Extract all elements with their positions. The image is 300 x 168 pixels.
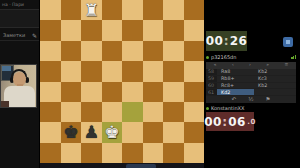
- square-c3[interactable]: [81, 102, 102, 122]
- move-black[interactable]: Kb2: [254, 83, 296, 89]
- clock-tenths: .0: [247, 118, 256, 126]
- move-white[interactable]: Rc8+: [217, 83, 254, 89]
- square-e2[interactable]: [122, 122, 143, 142]
- resign-flag-icon[interactable]: ⚑: [266, 97, 271, 103]
- draw-offer-icon[interactable]: ½: [248, 97, 253, 103]
- square-c5[interactable]: [81, 61, 102, 81]
- square-a6[interactable]: [40, 41, 61, 61]
- square-d6[interactable]: [102, 41, 123, 61]
- square-b3[interactable]: [61, 102, 82, 122]
- square-b2[interactable]: ♚: [61, 122, 82, 142]
- square-a8[interactable]: [40, 0, 61, 20]
- nav-last-icon[interactable]: »: [266, 63, 269, 68]
- square-f1[interactable]: [143, 143, 164, 163]
- square-a1[interactable]: [40, 143, 61, 163]
- nav-prev-icon[interactable]: ‹: [232, 63, 234, 68]
- square-d3[interactable]: [102, 102, 123, 122]
- move-white-current[interactable]: Kd2: [217, 89, 254, 95]
- square-b4[interactable]: [61, 82, 82, 102]
- left-panel-header: на · Пари: [2, 2, 24, 7]
- nav-first-icon[interactable]: «: [214, 63, 217, 68]
- bottom-bar: [40, 163, 204, 168]
- square-g8[interactable]: [163, 0, 184, 20]
- move-row: 60 Rc8+ Kb2: [206, 83, 296, 90]
- square-a4[interactable]: [40, 82, 61, 102]
- move-rows: 58 Ra8 Kb2 59 Rb8+ Kc3 60 Rc8+ Kb2 61 Kd…: [206, 69, 296, 96]
- square-b1[interactable]: [61, 143, 82, 163]
- square-b6[interactable]: [61, 41, 82, 61]
- square-b5[interactable]: [61, 61, 82, 81]
- square-g5[interactable]: [163, 61, 184, 81]
- square-g7[interactable]: [163, 20, 184, 40]
- stream-screen: на · Пари Заметки ✎ ♜♚♟♚ 00:2: [0, 0, 300, 168]
- square-h3[interactable]: [184, 102, 205, 122]
- bottom-bar-button[interactable]: [126, 164, 156, 168]
- square-g1[interactable]: [163, 143, 184, 163]
- clock-black: 00:26: [206, 31, 247, 51]
- square-c6[interactable]: [81, 41, 102, 61]
- square-b8[interactable]: [61, 0, 82, 20]
- move-black[interactable]: Kb2: [254, 69, 296, 75]
- takeback-icon[interactable]: ↶: [232, 97, 237, 103]
- square-h2[interactable]: [184, 122, 205, 142]
- square-e7[interactable]: [122, 20, 143, 40]
- square-b7[interactable]: [61, 20, 82, 40]
- square-e3[interactable]: [122, 102, 143, 122]
- board[interactable]: ♜♚♟♚: [40, 0, 204, 163]
- square-a5[interactable]: [40, 61, 61, 81]
- square-f5[interactable]: [143, 61, 164, 81]
- piece-wR-c8[interactable]: ♜: [84, 2, 99, 19]
- square-g2[interactable]: [163, 122, 184, 142]
- square-h4[interactable]: [184, 82, 205, 102]
- player-top[interactable]: p32165dn: [206, 53, 298, 61]
- move-list-panel: « ‹ › » ≡ 58 Ra8 Kb2 59 Rb8+ Kc3 60: [206, 62, 296, 103]
- square-d2[interactable]: ♚: [102, 122, 123, 142]
- piece-bP-c2[interactable]: ♟: [84, 124, 99, 141]
- square-c1[interactable]: [81, 143, 102, 163]
- square-d4[interactable]: [102, 82, 123, 102]
- player-bottom[interactable]: KonstantinXX: [206, 104, 298, 112]
- square-d7[interactable]: [102, 20, 123, 40]
- square-h6[interactable]: [184, 41, 205, 61]
- nav-next-icon[interactable]: ›: [249, 63, 251, 68]
- square-e8[interactable]: [122, 0, 143, 20]
- square-f4[interactable]: [143, 82, 164, 102]
- square-g3[interactable]: [163, 102, 184, 122]
- piece-wK-d2[interactable]: ♚: [104, 124, 119, 141]
- notes-label: Заметки: [3, 32, 32, 38]
- move-white[interactable]: Rb8+: [217, 76, 254, 82]
- clock-white-low-time: 00:06.0: [206, 112, 254, 131]
- left-panel-box: [0, 9, 39, 28]
- square-e1[interactable]: [122, 143, 143, 163]
- square-f7[interactable]: [143, 20, 164, 40]
- square-f2[interactable]: [143, 122, 164, 142]
- move-row: 59 Rb8+ Kc3: [206, 76, 296, 83]
- square-d5[interactable]: [102, 61, 123, 81]
- square-a2[interactable]: [40, 122, 61, 142]
- square-h5[interactable]: [184, 61, 205, 81]
- square-e5[interactable]: [122, 61, 143, 81]
- square-c2[interactable]: ♟: [81, 122, 102, 142]
- square-g6[interactable]: [163, 41, 184, 61]
- square-f8[interactable]: [143, 0, 164, 20]
- connection-signal-icon: [291, 55, 296, 60]
- move-black[interactable]: [254, 89, 296, 95]
- square-c4[interactable]: [81, 82, 102, 102]
- square-f3[interactable]: [143, 102, 164, 122]
- square-g4[interactable]: [163, 82, 184, 102]
- square-e4[interactable]: [122, 82, 143, 102]
- square-h8[interactable]: [184, 0, 205, 20]
- square-f6[interactable]: [143, 41, 164, 61]
- player-bottom-name[interactable]: KonstantinXX: [211, 105, 298, 111]
- game-actions: ↶ ½ ⚑: [206, 96, 296, 103]
- move-row: 58 Ra8 Kb2: [206, 69, 296, 76]
- move-row: 61 Kd2: [206, 89, 296, 96]
- left-panel: на · Пари Заметки ✎: [0, 0, 39, 168]
- move-black[interactable]: Kc3: [254, 76, 296, 82]
- edit-pencil-icon[interactable]: ✎: [32, 32, 37, 39]
- notes-row[interactable]: Заметки ✎: [0, 30, 39, 41]
- square-d8[interactable]: [102, 0, 123, 20]
- move-nav-bar: « ‹ › » ≡: [206, 62, 296, 69]
- square-a7[interactable]: [40, 20, 61, 40]
- move-white[interactable]: Ra8: [217, 69, 254, 75]
- piece-bK-b2[interactable]: ♚: [63, 124, 78, 141]
- square-c7[interactable]: [81, 20, 102, 40]
- game-panel: 00:26 p32165dn « ‹ › » ≡ 58 Ra8 Kb2: [204, 0, 300, 168]
- notification-icon[interactable]: [283, 37, 293, 47]
- nav-menu-icon[interactable]: ≡: [284, 63, 288, 68]
- square-c8[interactable]: ♜: [81, 0, 102, 20]
- online-dot: [206, 56, 209, 59]
- square-a3[interactable]: [40, 102, 61, 122]
- online-dot: [206, 107, 209, 110]
- webcam-feed: [0, 64, 37, 108]
- square-h1[interactable]: [184, 143, 205, 163]
- player-top-name[interactable]: p32165dn: [211, 54, 291, 60]
- square-h7[interactable]: [184, 20, 205, 40]
- square-e6[interactable]: [122, 41, 143, 61]
- square-d1[interactable]: [102, 143, 123, 163]
